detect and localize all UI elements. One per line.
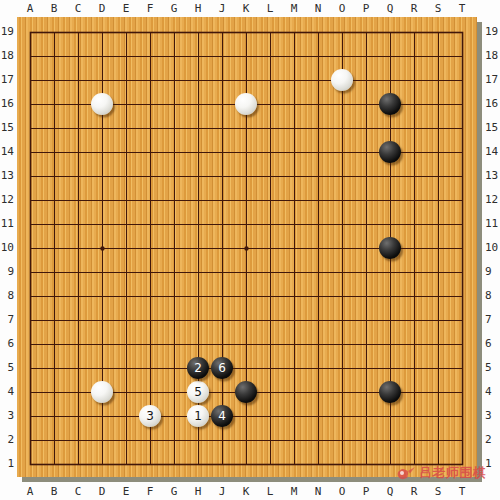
col-label-top-T: T bbox=[450, 1, 474, 16]
row-label-right-9: 9 bbox=[485, 264, 500, 279]
col-label-bottom-K: K bbox=[234, 484, 258, 499]
row-label-left-19: 19 bbox=[0, 24, 14, 39]
col-label-bottom-C: C bbox=[66, 484, 90, 499]
move-number-label: 2 bbox=[194, 362, 202, 374]
row-label-left-15: 15 bbox=[0, 120, 14, 135]
col-label-top-D: D bbox=[90, 1, 114, 16]
black-stone-J3: 4 bbox=[211, 405, 233, 427]
col-label-bottom-S: S bbox=[426, 484, 450, 499]
row-label-right-5: 5 bbox=[485, 360, 500, 375]
row-label-right-12: 12 bbox=[485, 192, 500, 207]
row-label-right-14: 14 bbox=[485, 144, 500, 159]
col-label-top-R: R bbox=[402, 1, 426, 16]
col-label-top-L: L bbox=[258, 1, 282, 16]
move-number-label: 1 bbox=[194, 410, 202, 422]
col-label-top-C: C bbox=[66, 1, 90, 16]
col-label-top-F: F bbox=[138, 1, 162, 16]
col-label-bottom-O: O bbox=[330, 484, 354, 499]
row-label-right-13: 13 bbox=[485, 168, 500, 183]
black-stone-K4 bbox=[235, 381, 257, 403]
white-stone-H3: 1 bbox=[187, 405, 209, 427]
row-label-left-2: 2 bbox=[0, 432, 14, 447]
col-label-bottom-H: H bbox=[186, 484, 210, 499]
watermark-text: 吕老师围棋 bbox=[419, 464, 487, 482]
col-label-top-G: G bbox=[162, 1, 186, 16]
go-diagram-page: 513264 AABBCCDDEEFFGGHHJJKKLLMMNNOOPPQQR… bbox=[0, 0, 500, 500]
col-label-top-Q: Q bbox=[378, 1, 402, 16]
white-stone-F3: 3 bbox=[139, 405, 161, 427]
row-label-right-17: 17 bbox=[485, 72, 500, 87]
black-stone-H5: 2 bbox=[187, 357, 209, 379]
black-stone-J5: 6 bbox=[211, 357, 233, 379]
row-label-right-7: 7 bbox=[485, 312, 500, 327]
col-label-bottom-B: B bbox=[42, 484, 66, 499]
col-label-top-E: E bbox=[114, 1, 138, 16]
row-label-left-10: 10 bbox=[0, 240, 14, 255]
row-label-right-10: 10 bbox=[485, 240, 500, 255]
move-number-label: 6 bbox=[218, 362, 226, 374]
row-label-right-1: 1 bbox=[485, 456, 500, 471]
col-label-top-S: S bbox=[426, 1, 450, 16]
col-label-top-M: M bbox=[282, 1, 306, 16]
white-stone-D16 bbox=[91, 93, 113, 115]
move-number-label: 4 bbox=[218, 410, 226, 422]
col-label-top-B: B bbox=[42, 1, 66, 16]
row-label-left-1: 1 bbox=[0, 456, 14, 471]
row-label-right-4: 4 bbox=[485, 384, 500, 399]
stones-layer: 513264 bbox=[17, 17, 477, 477]
white-stone-K16 bbox=[235, 93, 257, 115]
move-number-label: 3 bbox=[146, 410, 154, 422]
row-label-right-11: 11 bbox=[485, 216, 500, 231]
row-label-left-3: 3 bbox=[0, 408, 14, 423]
col-label-bottom-J: J bbox=[210, 484, 234, 499]
row-label-left-7: 7 bbox=[0, 312, 14, 327]
watermark: 吕老师围棋 bbox=[396, 463, 487, 482]
col-label-bottom-D: D bbox=[90, 484, 114, 499]
col-label-bottom-A: A bbox=[18, 484, 42, 499]
col-label-bottom-T: T bbox=[450, 484, 474, 499]
col-label-top-N: N bbox=[306, 1, 330, 16]
col-label-bottom-E: E bbox=[114, 484, 138, 499]
watermark-logo-icon bbox=[396, 465, 416, 480]
white-stone-D4 bbox=[91, 381, 113, 403]
col-label-top-O: O bbox=[330, 1, 354, 16]
row-label-right-2: 2 bbox=[485, 432, 500, 447]
col-label-top-P: P bbox=[354, 1, 378, 16]
row-label-left-13: 13 bbox=[0, 168, 14, 183]
col-label-top-A: A bbox=[18, 1, 42, 16]
row-label-left-5: 5 bbox=[0, 360, 14, 375]
go-board: 513264 bbox=[17, 17, 477, 477]
col-label-bottom-F: F bbox=[138, 484, 162, 499]
white-stone-H4: 5 bbox=[187, 381, 209, 403]
move-number-label: 5 bbox=[194, 386, 202, 398]
row-label-right-6: 6 bbox=[485, 336, 500, 351]
row-label-left-4: 4 bbox=[0, 384, 14, 399]
col-label-bottom-G: G bbox=[162, 484, 186, 499]
row-label-right-16: 16 bbox=[485, 96, 500, 111]
row-label-left-18: 18 bbox=[0, 48, 14, 63]
col-label-top-K: K bbox=[234, 1, 258, 16]
row-label-left-16: 16 bbox=[0, 96, 14, 111]
row-label-left-17: 17 bbox=[0, 72, 14, 87]
row-label-left-11: 11 bbox=[0, 216, 14, 231]
col-label-bottom-L: L bbox=[258, 484, 282, 499]
col-label-bottom-M: M bbox=[282, 484, 306, 499]
row-label-right-19: 19 bbox=[485, 24, 500, 39]
row-label-right-15: 15 bbox=[485, 120, 500, 135]
row-label-left-6: 6 bbox=[0, 336, 14, 351]
white-stone-O17 bbox=[331, 69, 353, 91]
col-label-top-J: J bbox=[210, 1, 234, 16]
black-stone-Q10 bbox=[379, 237, 401, 259]
black-stone-Q16 bbox=[379, 93, 401, 115]
row-label-left-14: 14 bbox=[0, 144, 14, 159]
row-label-left-9: 9 bbox=[0, 264, 14, 279]
col-label-bottom-P: P bbox=[354, 484, 378, 499]
row-label-right-18: 18 bbox=[485, 48, 500, 63]
row-label-left-8: 8 bbox=[0, 288, 14, 303]
col-label-top-H: H bbox=[186, 1, 210, 16]
black-stone-Q14 bbox=[379, 141, 401, 163]
row-label-right-8: 8 bbox=[485, 288, 500, 303]
row-label-left-12: 12 bbox=[0, 192, 14, 207]
col-label-bottom-Q: Q bbox=[378, 484, 402, 499]
black-stone-Q4 bbox=[379, 381, 401, 403]
col-label-bottom-N: N bbox=[306, 484, 330, 499]
col-label-bottom-R: R bbox=[402, 484, 426, 499]
row-label-right-3: 3 bbox=[485, 408, 500, 423]
